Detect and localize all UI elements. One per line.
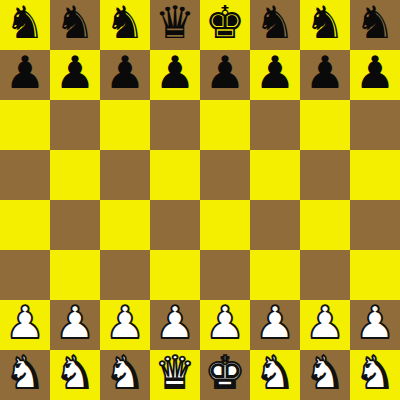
square-h1[interactable]: ♞ bbox=[350, 350, 400, 400]
black-pawn: ♟ bbox=[155, 50, 195, 98]
square-c8[interactable]: ♞ bbox=[100, 0, 150, 50]
square-a5[interactable] bbox=[0, 150, 50, 200]
square-e6[interactable] bbox=[200, 100, 250, 150]
square-b1[interactable]: ♞ bbox=[50, 350, 100, 400]
black-pawn: ♟ bbox=[105, 50, 145, 98]
square-d6[interactable] bbox=[150, 100, 200, 150]
square-c5[interactable] bbox=[100, 150, 150, 200]
square-d4[interactable] bbox=[150, 200, 200, 250]
square-e7[interactable]: ♟ bbox=[200, 50, 250, 100]
black-pawn: ♟ bbox=[305, 50, 345, 98]
square-b5[interactable] bbox=[50, 150, 100, 200]
white-pawn: ♟ bbox=[155, 300, 195, 348]
square-c4[interactable] bbox=[100, 200, 150, 250]
square-e3[interactable] bbox=[200, 250, 250, 300]
black-knight: ♞ bbox=[5, 0, 45, 48]
square-b2[interactable]: ♟ bbox=[50, 300, 100, 350]
square-d7[interactable]: ♟ bbox=[150, 50, 200, 100]
square-b6[interactable] bbox=[50, 100, 100, 150]
black-knight: ♞ bbox=[55, 0, 95, 48]
square-f8[interactable]: ♞ bbox=[250, 0, 300, 50]
black-pawn: ♟ bbox=[255, 50, 295, 98]
square-b3[interactable] bbox=[50, 250, 100, 300]
square-f1[interactable]: ♞ bbox=[250, 350, 300, 400]
black-knight: ♞ bbox=[355, 0, 395, 48]
square-a8[interactable]: ♞ bbox=[0, 0, 50, 50]
square-f2[interactable]: ♟ bbox=[250, 300, 300, 350]
white-king: ♚ bbox=[205, 350, 245, 398]
black-knight: ♞ bbox=[305, 0, 345, 48]
square-g2[interactable]: ♟ bbox=[300, 300, 350, 350]
black-pawn: ♟ bbox=[355, 50, 395, 98]
square-d2[interactable]: ♟ bbox=[150, 300, 200, 350]
white-knight: ♞ bbox=[355, 350, 395, 398]
white-pawn: ♟ bbox=[205, 300, 245, 348]
square-e8[interactable]: ♚ bbox=[200, 0, 250, 50]
black-queen: ♛ bbox=[155, 0, 195, 48]
square-h8[interactable]: ♞ bbox=[350, 0, 400, 50]
white-pawn: ♟ bbox=[255, 300, 295, 348]
square-f6[interactable] bbox=[250, 100, 300, 150]
square-c1[interactable]: ♞ bbox=[100, 350, 150, 400]
white-knight: ♞ bbox=[255, 350, 295, 398]
square-f5[interactable] bbox=[250, 150, 300, 200]
square-b7[interactable]: ♟ bbox=[50, 50, 100, 100]
square-e1[interactable]: ♚ bbox=[200, 350, 250, 400]
square-g4[interactable] bbox=[300, 200, 350, 250]
square-h5[interactable] bbox=[350, 150, 400, 200]
square-g7[interactable]: ♟ bbox=[300, 50, 350, 100]
square-b8[interactable]: ♞ bbox=[50, 0, 100, 50]
square-a6[interactable] bbox=[0, 100, 50, 150]
square-b4[interactable] bbox=[50, 200, 100, 250]
white-pawn: ♟ bbox=[5, 300, 45, 348]
square-g3[interactable] bbox=[300, 250, 350, 300]
square-g8[interactable]: ♞ bbox=[300, 0, 350, 50]
square-d8[interactable]: ♛ bbox=[150, 0, 200, 50]
square-f3[interactable] bbox=[250, 250, 300, 300]
black-knight: ♞ bbox=[105, 0, 145, 48]
square-h4[interactable] bbox=[350, 200, 400, 250]
square-a2[interactable]: ♟ bbox=[0, 300, 50, 350]
square-d5[interactable] bbox=[150, 150, 200, 200]
white-pawn: ♟ bbox=[355, 300, 395, 348]
black-pawn: ♟ bbox=[5, 50, 45, 98]
white-knight: ♞ bbox=[105, 350, 145, 398]
white-queen: ♛ bbox=[155, 350, 195, 398]
white-pawn: ♟ bbox=[105, 300, 145, 348]
square-h7[interactable]: ♟ bbox=[350, 50, 400, 100]
square-c6[interactable] bbox=[100, 100, 150, 150]
black-king: ♚ bbox=[205, 0, 245, 48]
square-d1[interactable]: ♛ bbox=[150, 350, 200, 400]
square-a3[interactable] bbox=[0, 250, 50, 300]
white-knight: ♞ bbox=[305, 350, 345, 398]
square-c2[interactable]: ♟ bbox=[100, 300, 150, 350]
black-pawn: ♟ bbox=[55, 50, 95, 98]
black-knight: ♞ bbox=[255, 0, 295, 48]
white-knight: ♞ bbox=[55, 350, 95, 398]
square-h3[interactable] bbox=[350, 250, 400, 300]
square-a7[interactable]: ♟ bbox=[0, 50, 50, 100]
square-h6[interactable] bbox=[350, 100, 400, 150]
square-e4[interactable] bbox=[200, 200, 250, 250]
square-g1[interactable]: ♞ bbox=[300, 350, 350, 400]
square-e5[interactable] bbox=[200, 150, 250, 200]
black-pawn: ♟ bbox=[205, 50, 245, 98]
chess-board: ♞♞♞♛♚♞♞♞♟♟♟♟♟♟♟♟♟♟♟♟♟♟♟♟♞♞♞♛♚♞♞♞ bbox=[0, 0, 400, 400]
square-g5[interactable] bbox=[300, 150, 350, 200]
square-g6[interactable] bbox=[300, 100, 350, 150]
white-pawn: ♟ bbox=[55, 300, 95, 348]
white-knight: ♞ bbox=[5, 350, 45, 398]
square-a1[interactable]: ♞ bbox=[0, 350, 50, 400]
square-f7[interactable]: ♟ bbox=[250, 50, 300, 100]
square-a4[interactable] bbox=[0, 200, 50, 250]
square-d3[interactable] bbox=[150, 250, 200, 300]
square-h2[interactable]: ♟ bbox=[350, 300, 400, 350]
square-e2[interactable]: ♟ bbox=[200, 300, 250, 350]
square-c3[interactable] bbox=[100, 250, 150, 300]
square-f4[interactable] bbox=[250, 200, 300, 250]
square-c7[interactable]: ♟ bbox=[100, 50, 150, 100]
white-pawn: ♟ bbox=[305, 300, 345, 348]
